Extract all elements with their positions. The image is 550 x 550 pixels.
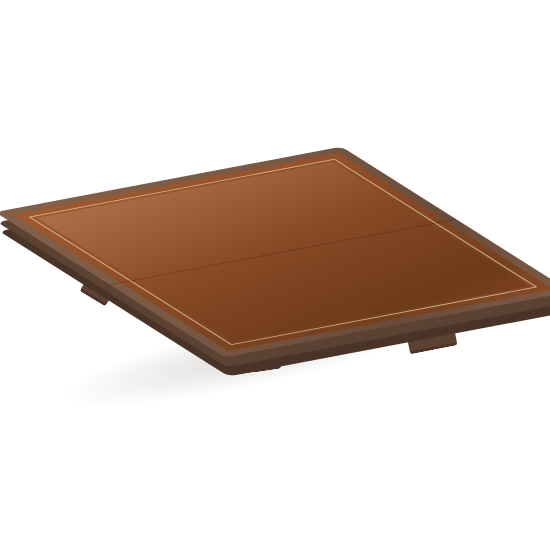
product-photo-scene bbox=[0, 0, 550, 550]
pieces-layer bbox=[0, 0, 550, 550]
